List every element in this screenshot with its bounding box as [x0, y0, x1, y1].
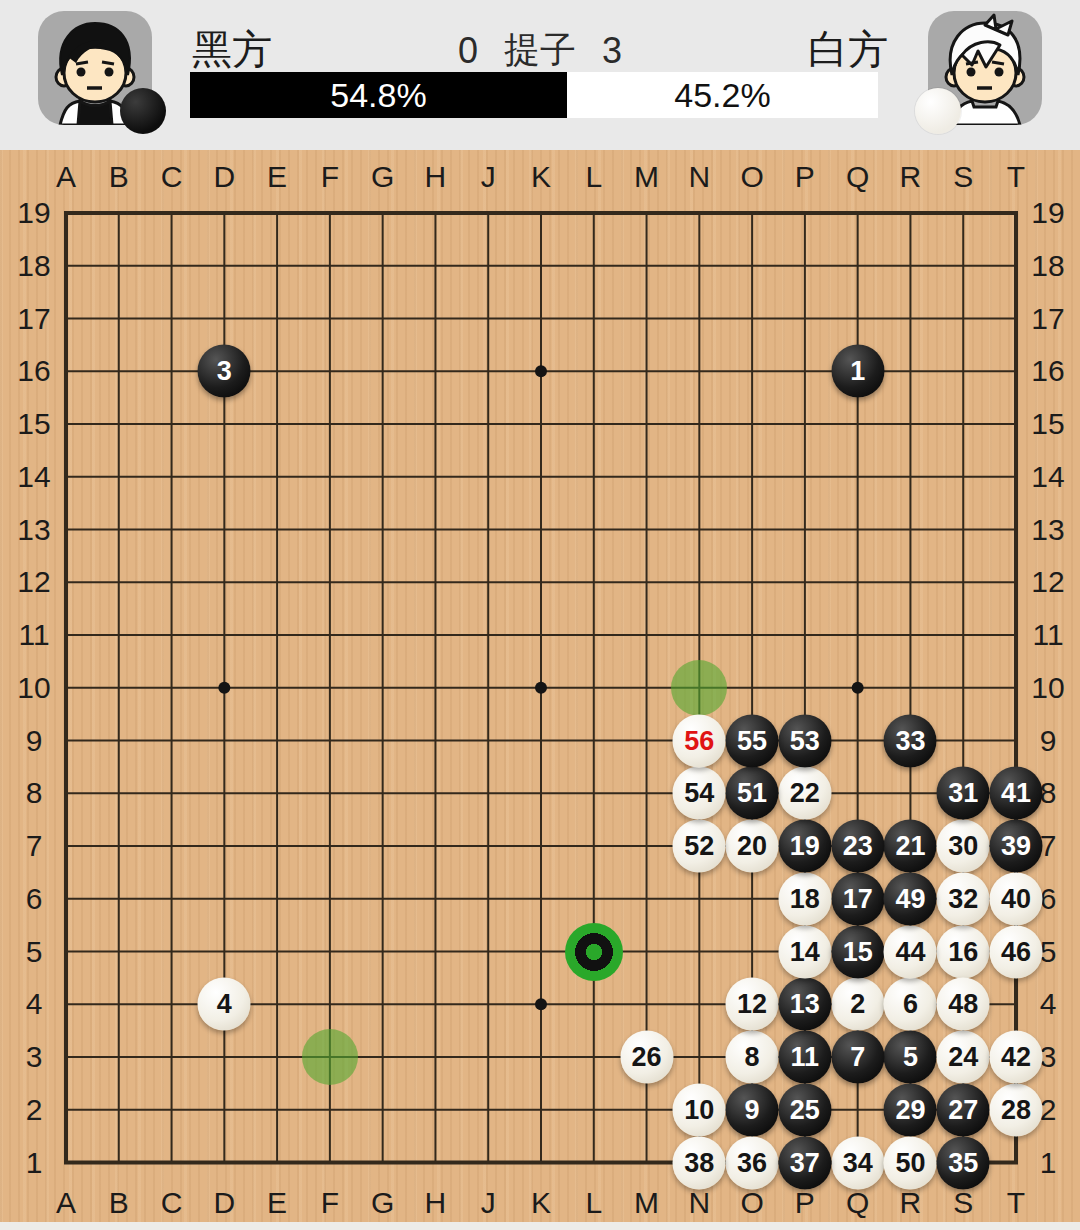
move-number: 12	[737, 989, 767, 1020]
coordinate-label: B	[109, 1186, 129, 1220]
captures-counter: 0 提子 3	[458, 26, 622, 75]
move-number: 31	[948, 778, 978, 809]
coordinate-label: H	[425, 1186, 447, 1220]
move-number: 53	[790, 725, 820, 756]
star-point	[535, 682, 547, 694]
stone-white-34: 34	[831, 1136, 884, 1189]
stone-white-44: 44	[884, 925, 937, 978]
coordinate-label: F	[321, 160, 339, 194]
captures-label: 提子	[504, 26, 576, 75]
coordinate-label: T	[1007, 160, 1025, 194]
move-number: 7	[850, 1042, 865, 1073]
coordinate-label: 14	[1031, 460, 1064, 494]
move-number: 2	[850, 989, 865, 1020]
ai-hint-bullseye-marker[interactable]	[565, 923, 623, 981]
coordinate-label: 12	[17, 565, 50, 599]
stone-black-33: 33	[884, 714, 937, 767]
move-number: 24	[948, 1042, 978, 1073]
coordinate-label: 12	[1031, 565, 1064, 599]
move-number: 56	[684, 725, 714, 756]
coordinate-label: 13	[17, 513, 50, 547]
coordinate-label: 19	[1031, 196, 1064, 230]
move-number: 32	[948, 883, 978, 914]
stone-white-26: 26	[620, 1031, 673, 1084]
move-number: 34	[843, 1147, 873, 1178]
move-number: 39	[1001, 831, 1031, 862]
coordinate-label: O	[740, 160, 763, 194]
stone-white-38: 38	[673, 1136, 726, 1189]
ai-hint-stone-marker[interactable]	[302, 1029, 358, 1085]
move-number: 52	[684, 831, 714, 862]
move-number: 29	[895, 1094, 925, 1125]
move-number: 22	[790, 778, 820, 809]
bottom-strip	[0, 1222, 1080, 1230]
coordinate-label: G	[371, 1186, 394, 1220]
go-app-screen: 黑方 0 提子 3 白方	[0, 0, 1080, 1230]
coordinate-label: 15	[1031, 407, 1064, 441]
coordinate-label: 13	[1031, 513, 1064, 547]
move-number: 19	[790, 831, 820, 862]
stone-white-20: 20	[726, 820, 779, 873]
stone-black-7: 7	[831, 1031, 884, 1084]
stone-black-55: 55	[726, 714, 779, 767]
coordinate-label: D	[213, 160, 235, 194]
coordinate-label: 17	[17, 302, 50, 336]
stone-white-46: 46	[990, 925, 1043, 978]
star-point	[218, 682, 230, 694]
stone-black-3: 3	[198, 345, 251, 398]
stone-white-56-last-move: 56	[673, 714, 726, 767]
stone-white-48: 48	[937, 978, 990, 1031]
game-header: 黑方 0 提子 3 白方	[0, 0, 1080, 150]
coordinate-label: T	[1007, 1186, 1025, 1220]
coordinate-label: 10	[1031, 671, 1064, 705]
black-winrate-segment: 54.8%	[190, 72, 567, 118]
coordinate-label: N	[688, 160, 710, 194]
stone-black-19: 19	[778, 820, 831, 873]
move-number: 46	[1001, 936, 1031, 967]
coordinate-label: Q	[846, 1186, 869, 1220]
move-number: 11	[791, 1042, 820, 1073]
stone-white-32: 32	[937, 872, 990, 925]
coordinate-label: E	[267, 160, 287, 194]
coordinate-label: C	[161, 1186, 183, 1220]
stone-white-4: 4	[198, 978, 251, 1031]
stone-black-29: 29	[884, 1083, 937, 1136]
stone-black-5: 5	[884, 1031, 937, 1084]
move-number: 40	[1001, 883, 1031, 914]
coordinate-label: J	[481, 160, 496, 194]
stone-white-16: 16	[937, 925, 990, 978]
stone-white-28: 28	[990, 1083, 1043, 1136]
coordinate-label: B	[109, 160, 129, 194]
move-number: 48	[948, 989, 978, 1020]
coordinate-label: D	[213, 1186, 235, 1220]
move-number: 27	[948, 1094, 978, 1125]
coordinate-label: 2	[26, 1093, 43, 1127]
coordinate-label: 19	[17, 196, 50, 230]
move-number: 44	[895, 936, 925, 967]
coordinate-label: Q	[846, 160, 869, 194]
coordinate-label: 9	[26, 724, 43, 758]
stone-black-11: 11	[778, 1031, 831, 1084]
coordinate-label: S	[953, 160, 973, 194]
move-number: 37	[790, 1147, 820, 1178]
coordinate-label: G	[371, 160, 394, 194]
stone-black-1: 1	[831, 345, 884, 398]
coordinate-label: 10	[17, 671, 50, 705]
coordinate-label: 9	[1040, 724, 1057, 758]
coordinate-label: 16	[17, 354, 50, 388]
white-winrate-text: 45.2%	[674, 76, 770, 115]
move-number: 17	[843, 883, 873, 914]
coordinate-label: F	[321, 1186, 339, 1220]
move-number: 41	[1001, 778, 1031, 809]
coordinate-label: C	[161, 160, 183, 194]
white-stone-badge-icon	[915, 88, 961, 134]
stone-black-31: 31	[937, 767, 990, 820]
stone-black-51: 51	[726, 767, 779, 820]
move-number: 3	[217, 356, 232, 387]
coordinate-label: M	[634, 160, 659, 194]
coordinate-label: 11	[18, 618, 49, 652]
coordinate-label: 1	[26, 1146, 43, 1180]
stone-white-22: 22	[778, 767, 831, 820]
coordinate-label: N	[688, 1186, 710, 1220]
stone-black-23: 23	[831, 820, 884, 873]
stone-white-8: 8	[726, 1031, 779, 1084]
move-number: 15	[843, 936, 873, 967]
coordinate-label: P	[795, 1186, 815, 1220]
coordinate-label: L	[585, 1186, 602, 1220]
move-number: 49	[895, 883, 925, 914]
stone-black-21: 21	[884, 820, 937, 873]
stone-white-40: 40	[990, 872, 1043, 925]
stone-white-12: 12	[726, 978, 779, 1031]
star-point	[535, 998, 547, 1010]
move-number: 42	[1001, 1042, 1031, 1073]
coordinate-label: P	[795, 160, 815, 194]
move-number: 26	[632, 1042, 662, 1073]
ai-hint-stone-marker[interactable]	[671, 660, 727, 716]
white-captures-count: 3	[602, 30, 622, 72]
white-winrate-segment: 45.2%	[567, 72, 878, 118]
coordinate-label: K	[531, 1186, 551, 1220]
move-number: 14	[790, 936, 820, 967]
move-number: 51	[737, 778, 767, 809]
coordinate-label: 4	[1040, 987, 1057, 1021]
black-player-name: 黑方	[192, 22, 272, 77]
coordinate-label: 7	[26, 829, 43, 863]
coordinate-label: 1	[1040, 1146, 1057, 1180]
coordinate-label: 14	[17, 460, 50, 494]
coordinate-label: R	[900, 1186, 922, 1220]
move-number: 55	[737, 725, 767, 756]
move-number: 8	[745, 1042, 760, 1073]
move-number: 38	[684, 1147, 714, 1178]
white-player-avatar[interactable]	[928, 11, 1042, 125]
black-captures-count: 0	[458, 30, 478, 72]
stone-black-35: 35	[937, 1136, 990, 1189]
white-player-name: 白方	[808, 22, 888, 77]
coordinate-label: L	[585, 160, 602, 194]
move-number: 18	[790, 883, 820, 914]
stone-black-37: 37	[778, 1136, 831, 1189]
move-number: 1	[850, 356, 865, 387]
stone-black-49: 49	[884, 872, 937, 925]
black-stone-badge-icon	[120, 88, 166, 134]
move-number: 16	[948, 936, 978, 967]
move-number: 5	[903, 1042, 918, 1073]
move-number: 10	[684, 1094, 714, 1125]
coordinate-label: E	[267, 1186, 287, 1220]
stone-black-53: 53	[778, 714, 831, 767]
star-point	[535, 365, 547, 377]
go-board[interactable]: AABBCCDDEEFFGGHHJJKKLLMMNNOOPPQQRRSSTT19…	[0, 150, 1080, 1222]
move-number: 28	[1001, 1094, 1031, 1125]
stone-black-15: 15	[831, 925, 884, 978]
stone-white-54: 54	[673, 767, 726, 820]
coordinate-label: 4	[26, 987, 43, 1021]
black-winrate-text: 54.8%	[330, 76, 426, 115]
stone-white-6: 6	[884, 978, 937, 1031]
move-number: 23	[843, 831, 873, 862]
stone-black-25: 25	[778, 1083, 831, 1136]
move-number: 30	[948, 831, 978, 862]
move-number: 20	[737, 831, 767, 862]
coordinate-label: H	[425, 160, 447, 194]
coordinate-label: 5	[26, 935, 43, 969]
coordinate-label: 8	[26, 776, 43, 810]
coordinate-label: 17	[1031, 302, 1064, 336]
move-number: 25	[790, 1094, 820, 1125]
coordinate-label: 18	[1031, 249, 1064, 283]
coordinate-label: O	[740, 1186, 763, 1220]
stone-black-9: 9	[726, 1083, 779, 1136]
stone-white-50: 50	[884, 1136, 937, 1189]
coordinate-label: 6	[26, 882, 43, 916]
stone-white-2: 2	[831, 978, 884, 1031]
stone-white-10: 10	[673, 1083, 726, 1136]
move-number: 33	[895, 725, 925, 756]
move-number: 50	[895, 1147, 925, 1178]
coordinate-label: M	[634, 1186, 659, 1220]
move-number: 13	[790, 989, 820, 1020]
stone-black-17: 17	[831, 872, 884, 925]
move-number: 36	[737, 1147, 767, 1178]
stone-black-13: 13	[778, 978, 831, 1031]
stone-white-52: 52	[673, 820, 726, 873]
stone-black-27: 27	[937, 1083, 990, 1136]
stone-white-18: 18	[778, 872, 831, 925]
stone-white-24: 24	[937, 1031, 990, 1084]
black-player-avatar[interactable]	[38, 11, 152, 125]
coordinate-label: 16	[1031, 354, 1064, 388]
coordinate-label: J	[481, 1186, 496, 1220]
move-number: 9	[745, 1094, 760, 1125]
move-number: 35	[948, 1147, 978, 1178]
move-number: 4	[217, 989, 232, 1020]
coordinate-label: A	[56, 1186, 76, 1220]
coordinate-label: R	[900, 160, 922, 194]
stone-black-39: 39	[990, 820, 1043, 873]
stone-white-36: 36	[726, 1136, 779, 1189]
stone-white-30: 30	[937, 820, 990, 873]
coordinate-label: S	[953, 1186, 973, 1220]
star-point	[852, 682, 864, 694]
stone-white-14: 14	[778, 925, 831, 978]
move-number: 54	[684, 778, 714, 809]
coordinate-label: A	[56, 160, 76, 194]
coordinate-label: 11	[1032, 618, 1063, 652]
stone-black-41: 41	[990, 767, 1043, 820]
coordinate-label: 18	[17, 249, 50, 283]
coordinate-label: 3	[26, 1040, 43, 1074]
coordinate-label: 15	[17, 407, 50, 441]
move-number: 6	[903, 989, 918, 1020]
stone-white-42: 42	[990, 1031, 1043, 1084]
move-number: 21	[895, 831, 925, 862]
coordinate-label: K	[531, 160, 551, 194]
winrate-bar: 54.8% 45.2%	[190, 72, 878, 118]
